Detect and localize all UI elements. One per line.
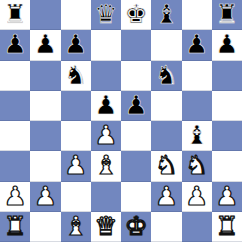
square-h2[interactable]: ♟ (212, 182, 242, 212)
white-queen-d1[interactable]: ♛ (94, 211, 117, 241)
white-pawn-a2[interactable]: ♟ (3, 181, 26, 211)
square-e6[interactable] (121, 61, 151, 91)
black-knight-f6[interactable]: ♞ (155, 60, 178, 90)
square-h6[interactable] (212, 61, 242, 91)
square-e7[interactable] (121, 30, 151, 60)
black-pawn-d5[interactable]: ♟ (94, 90, 117, 120)
square-c8[interactable] (61, 0, 91, 30)
square-d6[interactable] (91, 61, 121, 91)
square-e4[interactable] (121, 121, 151, 151)
white-pawn-d4[interactable]: ♟ (94, 120, 117, 150)
black-pawn-c7[interactable]: ♟ (64, 29, 87, 59)
square-e2[interactable] (121, 182, 151, 212)
square-f8[interactable]: ♝ (151, 0, 181, 30)
square-a7[interactable]: ♟ (0, 30, 30, 60)
white-bishop-d3[interactable]: ♝ (94, 150, 117, 180)
square-c5[interactable] (61, 91, 91, 121)
square-f4[interactable] (151, 121, 181, 151)
black-bishop-g4[interactable]: ♝ (185, 120, 208, 150)
square-f1[interactable] (151, 212, 181, 242)
square-d3[interactable]: ♝ (91, 151, 121, 181)
square-a1[interactable]: ♜ (0, 212, 30, 242)
square-h5[interactable] (212, 91, 242, 121)
square-e3[interactable] (121, 151, 151, 181)
square-b5[interactable] (30, 91, 60, 121)
square-d1[interactable]: ♛ (91, 212, 121, 242)
square-g2[interactable]: ♟ (182, 182, 212, 212)
square-h8[interactable]: ♜ (212, 0, 242, 30)
square-f2[interactable]: ♟ (151, 182, 181, 212)
square-c2[interactable] (61, 182, 91, 212)
black-pawn-a7[interactable]: ♟ (3, 29, 26, 59)
square-g3[interactable]: ♞ (182, 151, 212, 181)
square-f3[interactable]: ♞ (151, 151, 181, 181)
square-g1[interactable] (182, 212, 212, 242)
square-b8[interactable] (30, 0, 60, 30)
white-rook-a1[interactable]: ♜ (3, 211, 26, 241)
square-b4[interactable] (30, 121, 60, 151)
square-d7[interactable] (91, 30, 121, 60)
square-c3[interactable]: ♟ (61, 151, 91, 181)
square-g6[interactable] (182, 61, 212, 91)
white-pawn-g2[interactable]: ♟ (185, 181, 208, 211)
black-pawn-e5[interactable]: ♟ (124, 90, 147, 120)
square-h3[interactable] (212, 151, 242, 181)
black-rook-a8[interactable]: ♜ (3, 0, 26, 29)
black-king-e8[interactable]: ♚ (124, 0, 147, 29)
black-knight-c6[interactable]: ♞ (64, 60, 87, 90)
square-b3[interactable] (30, 151, 60, 181)
square-d2[interactable] (91, 182, 121, 212)
square-e8[interactable]: ♚ (121, 0, 151, 30)
square-h4[interactable] (212, 121, 242, 151)
black-rook-h8[interactable]: ♜ (215, 0, 238, 29)
square-a5[interactable] (0, 91, 30, 121)
square-h1[interactable]: ♜ (212, 212, 242, 242)
white-rook-h1[interactable]: ♜ (215, 211, 238, 241)
square-d5[interactable]: ♟ (91, 91, 121, 121)
square-d8[interactable]: ♛ (91, 0, 121, 30)
square-f7[interactable] (151, 30, 181, 60)
white-knight-g3[interactable]: ♞ (185, 150, 208, 180)
square-e1[interactable]: ♚ (121, 212, 151, 242)
square-b6[interactable] (30, 61, 60, 91)
square-b7[interactable]: ♟ (30, 30, 60, 60)
square-b1[interactable] (30, 212, 60, 242)
square-h7[interactable]: ♟ (212, 30, 242, 60)
white-pawn-b2[interactable]: ♟ (34, 181, 57, 211)
black-pawn-b7[interactable]: ♟ (34, 29, 57, 59)
square-a2[interactable]: ♟ (0, 182, 30, 212)
square-e5[interactable]: ♟ (121, 91, 151, 121)
square-c4[interactable] (61, 121, 91, 151)
square-g7[interactable]: ♟ (182, 30, 212, 60)
black-pawn-g7[interactable]: ♟ (185, 29, 208, 59)
square-c6[interactable]: ♞ (61, 61, 91, 91)
square-c1[interactable]: ♝ (61, 212, 91, 242)
square-c7[interactable]: ♟ (61, 30, 91, 60)
square-a3[interactable] (0, 151, 30, 181)
square-d4[interactable]: ♟ (91, 121, 121, 151)
square-g4[interactable]: ♝ (182, 121, 212, 151)
square-g5[interactable] (182, 91, 212, 121)
white-pawn-c3[interactable]: ♟ (64, 150, 87, 180)
square-a4[interactable] (0, 121, 30, 151)
square-f6[interactable]: ♞ (151, 61, 181, 91)
white-pawn-f2[interactable]: ♟ (155, 181, 178, 211)
white-knight-f3[interactable]: ♞ (155, 150, 178, 180)
black-bishop-f8[interactable]: ♝ (155, 0, 178, 29)
black-queen-d8[interactable]: ♛ (94, 0, 117, 29)
white-bishop-c1[interactable]: ♝ (64, 211, 87, 241)
white-pawn-h2[interactable]: ♟ (215, 181, 238, 211)
square-g8[interactable] (182, 0, 212, 30)
white-king-e1[interactable]: ♚ (124, 211, 147, 241)
black-pawn-h7[interactable]: ♟ (215, 29, 238, 59)
square-b2[interactable]: ♟ (30, 182, 60, 212)
chess-board: ♜♛♚♝♜♟♟♟♟♟♞♞♟♟♟♝♟♝♞♞♟♟♟♟♟♜♝♛♚♜ (0, 0, 242, 242)
square-f5[interactable] (151, 91, 181, 121)
square-a6[interactable] (0, 61, 30, 91)
square-a8[interactable]: ♜ (0, 0, 30, 30)
